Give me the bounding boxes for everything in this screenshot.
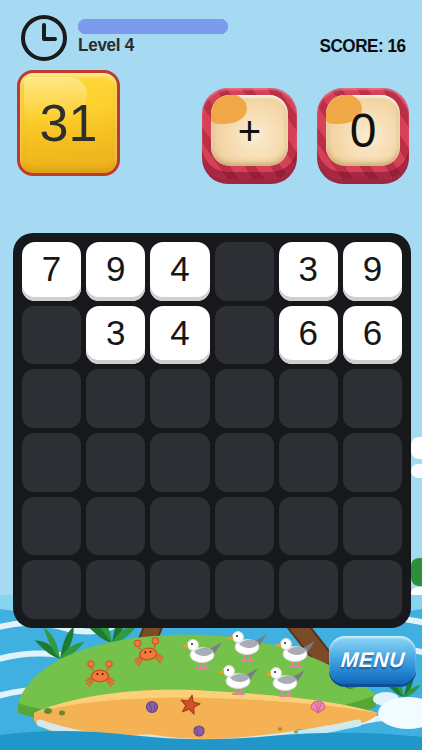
shell-icon bbox=[147, 702, 158, 713]
number-tile[interactable]: 3 bbox=[279, 242, 338, 301]
empty-cell bbox=[343, 497, 402, 556]
empty-cell bbox=[343, 433, 402, 492]
accumulator-button-face: 0 bbox=[326, 95, 400, 166]
empty-cell bbox=[215, 242, 274, 301]
empty-cell bbox=[279, 560, 338, 619]
empty-cell bbox=[22, 306, 81, 365]
empty-cell bbox=[22, 369, 81, 428]
number-tile[interactable]: 4 bbox=[150, 306, 209, 365]
board: 794393466 bbox=[13, 233, 411, 628]
empty-cell bbox=[343, 369, 402, 428]
empty-cell bbox=[215, 560, 274, 619]
menu-button-label: MENU bbox=[340, 648, 406, 672]
target-value: 31 bbox=[40, 97, 98, 149]
operator-button-face: + bbox=[211, 95, 288, 166]
empty-cell bbox=[150, 369, 209, 428]
number-tile[interactable]: 9 bbox=[86, 242, 145, 301]
cloud-icon bbox=[411, 464, 422, 478]
number-tile[interactable]: 7 bbox=[22, 242, 81, 301]
empty-cell bbox=[86, 497, 145, 556]
accumulator-button[interactable]: 0 bbox=[317, 88, 409, 179]
number-tile[interactable]: 3 bbox=[86, 306, 145, 365]
app-root: Level 4 SCORE: 16 31 + 0 794393466 bbox=[0, 0, 422, 750]
cloud-icon bbox=[411, 437, 422, 459]
menu-button[interactable]: MENU bbox=[329, 636, 416, 684]
empty-cell bbox=[22, 560, 81, 619]
empty-cell bbox=[86, 560, 145, 619]
empty-cell bbox=[150, 433, 209, 492]
empty-cell bbox=[215, 369, 274, 428]
number-tile[interactable]: 6 bbox=[343, 306, 402, 365]
empty-cell bbox=[279, 369, 338, 428]
level-progress-bar bbox=[78, 19, 228, 34]
empty-cell bbox=[22, 497, 81, 556]
accumulator-value: 0 bbox=[350, 107, 377, 155]
empty-cell bbox=[215, 433, 274, 492]
number-tile[interactable]: 9 bbox=[343, 242, 402, 301]
level-label: Level 4 bbox=[78, 35, 134, 56]
level-progress-fill bbox=[78, 19, 228, 34]
empty-cell bbox=[215, 497, 274, 556]
empty-cell bbox=[279, 433, 338, 492]
score-label: SCORE: 16 bbox=[320, 36, 406, 57]
operator-button[interactable]: + bbox=[202, 88, 297, 179]
empty-cell bbox=[215, 306, 274, 365]
empty-cell bbox=[86, 433, 145, 492]
empty-cell bbox=[279, 497, 338, 556]
operator-symbol: + bbox=[238, 111, 261, 151]
empty-cell bbox=[22, 433, 81, 492]
number-tile[interactable]: 6 bbox=[279, 306, 338, 365]
islet-icon bbox=[411, 558, 422, 586]
empty-cell bbox=[86, 369, 145, 428]
empty-cell bbox=[150, 560, 209, 619]
number-tile[interactable]: 4 bbox=[150, 242, 209, 301]
target-number-tile: 31 bbox=[17, 70, 120, 176]
empty-cell bbox=[343, 560, 402, 619]
shell-icon bbox=[194, 726, 204, 736]
empty-cell bbox=[150, 497, 209, 556]
clock-icon bbox=[19, 13, 69, 63]
wave-foam-icon bbox=[373, 692, 399, 706]
